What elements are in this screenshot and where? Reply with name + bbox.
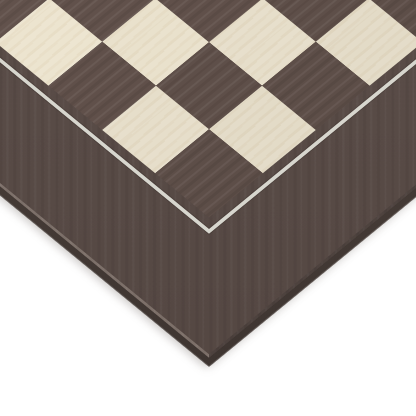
chessboard-product-photo: [0, 0, 416, 416]
chess-board: [0, 0, 416, 358]
